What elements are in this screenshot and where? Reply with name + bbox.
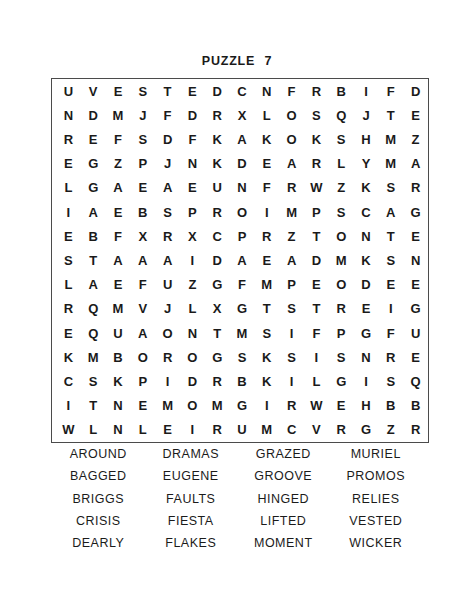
grid-cell-r7c13[interactable]: N (354, 224, 379, 248)
grid-cell-r1c1[interactable]: U (56, 79, 81, 103)
grid-cell-r6c4[interactable]: B (130, 200, 155, 224)
grid-cell-r15c11[interactable]: V (304, 418, 329, 442)
grid-cell-r11c14[interactable]: F (378, 321, 403, 345)
grid-cell-r8c10[interactable]: A (279, 248, 304, 272)
grid-cell-r4c13[interactable]: Y (354, 152, 379, 176)
grid-cell-r11c15[interactable]: U (403, 321, 428, 345)
grid-cell-r12c3[interactable]: B (106, 345, 131, 369)
grid-cell-r14c8[interactable]: G (230, 394, 255, 418)
grid-cell-r6c12[interactable]: S (329, 200, 354, 224)
grid-cell-r10c15[interactable]: G (403, 297, 428, 321)
grid-cell-r11c1[interactable]: E (56, 321, 81, 345)
grid-cell-r8c8[interactable]: A (230, 248, 255, 272)
grid-cell-r13c15[interactable]: Q (403, 369, 428, 393)
grid-cell-r11c2[interactable]: Q (81, 321, 106, 345)
grid-cell-r10c3[interactable]: M (106, 297, 131, 321)
grid-cell-r6c13[interactable]: C (354, 200, 379, 224)
grid-cell-r5c4[interactable]: E (130, 176, 155, 200)
grid-cell-r11c12[interactable]: P (329, 321, 354, 345)
grid-cell-r8c1[interactable]: S (56, 248, 81, 272)
grid-cell-r4c12[interactable]: L (329, 152, 354, 176)
grid-cell-r3c14[interactable]: M (378, 127, 403, 151)
grid-cell-r9c1[interactable]: L (56, 273, 81, 297)
grid-cell-r7c1[interactable]: E (56, 224, 81, 248)
grid-cell-r10c13[interactable]: E (354, 297, 379, 321)
grid-cell-r14c10[interactable]: R (279, 394, 304, 418)
grid-cell-r13c6[interactable]: D (180, 369, 205, 393)
grid-cell-r2c5[interactable]: F (155, 103, 180, 127)
grid-cell-r6c6[interactable]: P (180, 200, 205, 224)
grid-cell-r3c13[interactable]: H (354, 127, 379, 151)
grid-cell-r15c10[interactable]: C (279, 418, 304, 442)
grid-cell-r7c9[interactable]: R (254, 224, 279, 248)
grid-cell-r7c10[interactable]: Z (279, 224, 304, 248)
grid-cell-r10c11[interactable]: T (304, 297, 329, 321)
grid-cell-r1c2[interactable]: V (81, 79, 106, 103)
grid-cell-r4c1[interactable]: E (56, 152, 81, 176)
grid-cell-r14c12[interactable]: E (329, 394, 354, 418)
word-item-lifted: LIFTED (260, 514, 306, 528)
grid-cell-r11c11[interactable]: F (304, 321, 329, 345)
grid-cell-r4c4[interactable]: P (130, 152, 155, 176)
grid-cell-r11c8[interactable]: M (230, 321, 255, 345)
grid-cell-r8c14[interactable]: S (378, 248, 403, 272)
grid-cell-r12c1[interactable]: K (56, 345, 81, 369)
word-item-wicker: WICKER (349, 536, 402, 550)
grid-cell-r8c15[interactable]: N (403, 248, 428, 272)
grid-cell-r7c6[interactable]: X (180, 224, 205, 248)
grid-cell-r12c14[interactable]: R (378, 345, 403, 369)
grid-cell-r6c2[interactable]: A (81, 200, 106, 224)
grid-cell-r5c3[interactable]: A (106, 176, 131, 200)
word-item-moment: MOMENT (254, 536, 313, 550)
grid-cell-r15c2[interactable]: L (81, 418, 106, 442)
grid-cell-r3c6[interactable]: F (180, 127, 205, 151)
grid-cell-r4c15[interactable]: A (403, 152, 428, 176)
grid-cell-r5c10[interactable]: R (279, 176, 304, 200)
grid-cell-r2c12[interactable]: Q (329, 103, 354, 127)
grid-cell-r11c9[interactable]: S (254, 321, 279, 345)
grid-cell-r13c8[interactable]: B (230, 369, 255, 393)
grid-cell-r9c15[interactable]: E (403, 273, 428, 297)
grid-cell-r12c4[interactable]: O (130, 345, 155, 369)
grid-cell-r3c8[interactable]: A (230, 127, 255, 151)
grid-cell-r10c12[interactable]: R (329, 297, 354, 321)
grid-cell-r13c14[interactable]: S (378, 369, 403, 393)
grid-cell-r3c1[interactable]: R (56, 127, 81, 151)
grid-cell-r3c4[interactable]: S (130, 127, 155, 151)
grid-cell-r4c2[interactable]: G (81, 152, 106, 176)
grid-cell-r8c9[interactable]: E (254, 248, 279, 272)
grid-cell-r6c8[interactable]: O (230, 200, 255, 224)
grid-cell-r13c4[interactable]: P (130, 369, 155, 393)
word-item-faults: FAULTS (166, 492, 215, 506)
word-item-bagged: BAGGED (70, 469, 127, 483)
grid-cell-r15c15[interactable]: R (403, 418, 428, 442)
grid-cell-r8c6[interactable]: I (180, 248, 205, 272)
grid-cell-r5c12[interactable]: Z (329, 176, 354, 200)
grid-cell-r3c3[interactable]: F (106, 127, 131, 151)
word-item-around: AROUND (70, 447, 127, 461)
grid-cell-r12c12[interactable]: S (329, 345, 354, 369)
grid-cell-r4c10[interactable]: A (279, 152, 304, 176)
word-item-dearly: DEARLY (72, 536, 124, 550)
word-search-grid: UVESTEDCNFRBIFDNDMJFDRXLOSQJTEREFSDFKAKO… (51, 78, 429, 443)
grid-cell-r7c7[interactable]: C (205, 224, 230, 248)
grid-cell-r2c3[interactable]: M (106, 103, 131, 127)
grid-cell-r14c15[interactable]: B (403, 394, 428, 418)
grid-cell-r13c7[interactable]: R (205, 369, 230, 393)
grid-cell-r3c9[interactable]: K (254, 127, 279, 151)
grid-cell-r15c1[interactable]: W (56, 418, 81, 442)
grid-cell-r14c1[interactable]: I (56, 394, 81, 418)
grid-cell-r3c10[interactable]: O (279, 127, 304, 151)
grid-cell-r5c11[interactable]: W (304, 176, 329, 200)
word-item-flakes: FLAKES (165, 536, 216, 550)
grid-cell-r14c3[interactable]: N (106, 394, 131, 418)
grid-cell-r2c6[interactable]: D (180, 103, 205, 127)
grid-cell-r6c1[interactable]: I (56, 200, 81, 224)
grid-cell-r10c8[interactable]: G (230, 297, 255, 321)
grid-cell-r10c6[interactable]: L (180, 297, 205, 321)
grid-cell-r15c12[interactable]: R (329, 418, 354, 442)
grid-cell-r12c11[interactable]: I (304, 345, 329, 369)
grid-cell-r10c10[interactable]: S (279, 297, 304, 321)
grid-cell-r6c5[interactable]: S (155, 200, 180, 224)
grid-cell-r5c2[interactable]: G (81, 176, 106, 200)
word-item-dramas: DRAMAS (163, 447, 219, 461)
grid-cell-r11c3[interactable]: U (106, 321, 131, 345)
grid-cell-r7c2[interactable]: B (81, 224, 106, 248)
grid-cell-r12c13[interactable]: N (354, 345, 379, 369)
grid-cell-r13c2[interactable]: S (81, 369, 106, 393)
grid-cell-r9c2[interactable]: A (81, 273, 106, 297)
word-item-promos: PROMOS (346, 469, 405, 483)
grid-cell-r12c5[interactable]: R (155, 345, 180, 369)
grid-cell-r13c9[interactable]: K (254, 369, 279, 393)
grid-cell-r5c7[interactable]: U (205, 176, 230, 200)
word-item-muriel: MURIEL (351, 447, 401, 461)
grid-cell-r1c4[interactable]: S (130, 79, 155, 103)
grid-cell-r12c15[interactable]: E (403, 345, 428, 369)
grid-cell-r15c7[interactable]: R (205, 418, 230, 442)
grid-cell-r14c11[interactable]: W (304, 394, 329, 418)
grid-cell-r1c12[interactable]: B (329, 79, 354, 103)
word-item-grazed: GRAZED (256, 447, 311, 461)
grid-cell-r12c7[interactable]: G (205, 345, 230, 369)
word-item-briggs: BRIGGS (72, 492, 124, 506)
grid-cell-r9c13[interactable]: D (354, 273, 379, 297)
grid-cell-r14c4[interactable]: E (130, 394, 155, 418)
word-list: AROUNDDRAMASGRAZEDMURIELBAGGEDEUGENEGROO… (52, 443, 422, 554)
grid-cell-r2c10[interactable]: O (279, 103, 304, 127)
grid-cell-r1c13[interactable]: I (354, 79, 379, 103)
grid-cell-r8c7[interactable]: D (205, 248, 230, 272)
word-item-vested: VESTED (349, 514, 402, 528)
grid-cell-r1c9[interactable]: N (254, 79, 279, 103)
grid-cell-r13c3[interactable]: K (106, 369, 131, 393)
grid-cell-r13c1[interactable]: C (56, 369, 81, 393)
grid-cell-r11c10[interactable]: I (279, 321, 304, 345)
grid-cell-r11c5[interactable]: O (155, 321, 180, 345)
grid-cell-r2c14[interactable]: T (378, 103, 403, 127)
grid-cell-r6c11[interactable]: P (304, 200, 329, 224)
grid-cell-r15c3[interactable]: N (106, 418, 131, 442)
grid-cell-r11c4[interactable]: A (130, 321, 155, 345)
grid-cell-r9c8[interactable]: F (230, 273, 255, 297)
word-item-eugene: EUGENE (163, 469, 219, 483)
grid-cell-r15c9[interactable]: M (254, 418, 279, 442)
grid-cell-r13c12[interactable]: G (329, 369, 354, 393)
grid-cell-r5c5[interactable]: A (155, 176, 180, 200)
grid-cell-r5c15[interactable]: R (403, 176, 428, 200)
grid-cell-r2c15[interactable]: E (403, 103, 428, 127)
grid-cell-r3c11[interactable]: K (304, 127, 329, 151)
grid-cell-r14c2[interactable]: T (81, 394, 106, 418)
grid-cell-r9c5[interactable]: U (155, 273, 180, 297)
grid-cell-r7c14[interactable]: T (378, 224, 403, 248)
grid-cell-r3c12[interactable]: S (329, 127, 354, 151)
grid-cell-r4c3[interactable]: Z (106, 152, 131, 176)
grid-cell-r11c13[interactable]: G (354, 321, 379, 345)
grid-cell-r9c6[interactable]: Z (180, 273, 205, 297)
grid-cell-r5c1[interactable]: L (56, 176, 81, 200)
grid-cell-r12c8[interactable]: S (230, 345, 255, 369)
grid-cell-r6c3[interactable]: E (106, 200, 131, 224)
grid-cell-r13c11[interactable]: L (304, 369, 329, 393)
grid-cell-r1c14[interactable]: F (378, 79, 403, 103)
grid-cell-r9c11[interactable]: E (304, 273, 329, 297)
grid-cell-r14c13[interactable]: H (354, 394, 379, 418)
grid-cell-r1c11[interactable]: R (304, 79, 329, 103)
grid-cell-r7c15[interactable]: E (403, 224, 428, 248)
grid-cell-r13c5[interactable]: I (155, 369, 180, 393)
grid-cell-r10c5[interactable]: J (155, 297, 180, 321)
puzzle-page: PUZZLE 7 UVESTEDCNFRBIFDNDMJFDRXLOSQJTER… (0, 0, 474, 613)
grid-cell-r7c12[interactable]: O (329, 224, 354, 248)
grid-cell-r15c4[interactable]: L (130, 418, 155, 442)
grid-cell-r7c8[interactable]: P (230, 224, 255, 248)
grid-cell-r15c5[interactable]: E (155, 418, 180, 442)
grid-cell-r8c4[interactable]: A (130, 248, 155, 272)
grid-cell-r12c10[interactable]: S (279, 345, 304, 369)
grid-cell-r14c6[interactable]: O (180, 394, 205, 418)
grid-cell-r2c11[interactable]: S (304, 103, 329, 127)
grid-cell-r2c7[interactable]: R (205, 103, 230, 127)
grid-cell-r5c13[interactable]: K (354, 176, 379, 200)
grid-cell-r9c4[interactable]: F (130, 273, 155, 297)
word-item-groove: GROOVE (254, 469, 312, 483)
grid-cell-r8c5[interactable]: A (155, 248, 180, 272)
grid-cell-r4c5[interactable]: J (155, 152, 180, 176)
grid-cell-r14c7[interactable]: M (205, 394, 230, 418)
grid-cell-r4c6[interactable]: N (180, 152, 205, 176)
grid-cell-r15c13[interactable]: G (354, 418, 379, 442)
grid-cell-r12c6[interactable]: O (180, 345, 205, 369)
grid-cell-r9c14[interactable]: E (378, 273, 403, 297)
grid-cell-r9c9[interactable]: M (254, 273, 279, 297)
grid-cell-r1c3[interactable]: E (106, 79, 131, 103)
grid-cell-r5c14[interactable]: S (378, 176, 403, 200)
grid-cell-r6c10[interactable]: M (279, 200, 304, 224)
grid-cell-r11c7[interactable]: T (205, 321, 230, 345)
grid-cell-r13c13[interactable]: I (354, 369, 379, 393)
grid-cell-r8c13[interactable]: K (354, 248, 379, 272)
grid-cell-r3c2[interactable]: E (81, 127, 106, 151)
grid-cell-r6c7[interactable]: R (205, 200, 230, 224)
grid-cell-r6c15[interactable]: G (403, 200, 428, 224)
grid-cell-r4c7[interactable]: K (205, 152, 230, 176)
grid-cell-r4c8[interactable]: D (230, 152, 255, 176)
word-item-relies: RELIES (352, 492, 399, 506)
grid-cell-r1c10[interactable]: F (279, 79, 304, 103)
grid-cell-r5c9[interactable]: F (254, 176, 279, 200)
grid-cell-r7c3[interactable]: F (106, 224, 131, 248)
grid-cell-r7c11[interactable]: T (304, 224, 329, 248)
grid-cell-r1c6[interactable]: E (180, 79, 205, 103)
grid-cell-r4c14[interactable]: M (378, 152, 403, 176)
grid-cell-r8c3[interactable]: A (106, 248, 131, 272)
word-item-crisis: CRISIS (76, 514, 121, 528)
grid-cell-r10c9[interactable]: T (254, 297, 279, 321)
grid-cell-r2c2[interactable]: D (81, 103, 106, 127)
grid-cell-r15c6[interactable]: I (180, 418, 205, 442)
grid-cell-r7c4[interactable]: X (130, 224, 155, 248)
grid-cell-r6c9[interactable]: I (254, 200, 279, 224)
word-item-fiesta: FIESTA (168, 514, 214, 528)
grid-cell-r8c2[interactable]: T (81, 248, 106, 272)
grid-cell-r6c14[interactable]: A (378, 200, 403, 224)
grid-cell-r8c12[interactable]: M (329, 248, 354, 272)
grid-cell-r10c4[interactable]: V (130, 297, 155, 321)
grid-cell-r14c14[interactable]: B (378, 394, 403, 418)
grid-cell-r9c3[interactable]: E (106, 273, 131, 297)
grid-cell-r3c5[interactable]: D (155, 127, 180, 151)
puzzle-title: PUZZLE 7 (0, 54, 474, 68)
grid-cell-r12c9[interactable]: K (254, 345, 279, 369)
grid-cell-r3c15[interactable]: Z (403, 127, 428, 151)
grid-cell-r10c14[interactable]: I (378, 297, 403, 321)
grid-cell-r4c11[interactable]: R (304, 152, 329, 176)
grid-cell-r12c2[interactable]: M (81, 345, 106, 369)
grid-cell-r2c9[interactable]: L (254, 103, 279, 127)
grid-cell-r8c11[interactable]: D (304, 248, 329, 272)
grid-cell-r4c9[interactable]: E (254, 152, 279, 176)
grid-cell-r7c5[interactable]: R (155, 224, 180, 248)
grid-cell-r15c14[interactable]: Z (378, 418, 403, 442)
grid-cell-r2c13[interactable]: J (354, 103, 379, 127)
grid-cell-r1c8[interactable]: C (230, 79, 255, 103)
grid-cell-r5c6[interactable]: E (180, 176, 205, 200)
grid-cell-r10c2[interactable]: Q (81, 297, 106, 321)
grid-cell-r9c7[interactable]: G (205, 273, 230, 297)
grid-cell-r14c5[interactable]: M (155, 394, 180, 418)
grid-cell-r14c9[interactable]: I (254, 394, 279, 418)
grid-cell-r1c5[interactable]: T (155, 79, 180, 103)
grid-cell-r10c7[interactable]: X (205, 297, 230, 321)
grid-cell-r2c1[interactable]: N (56, 103, 81, 127)
grid-cell-r2c8[interactable]: X (230, 103, 255, 127)
grid-cell-r11c6[interactable]: N (180, 321, 205, 345)
grid-cell-r1c15[interactable]: D (403, 79, 428, 103)
grid-cell-r1c7[interactable]: D (205, 79, 230, 103)
grid-cell-r5c8[interactable]: N (230, 176, 255, 200)
grid-cell-r15c8[interactable]: U (230, 418, 255, 442)
grid-cell-r9c12[interactable]: O (329, 273, 354, 297)
grid-cell-r2c4[interactable]: J (130, 103, 155, 127)
grid-cell-r10c1[interactable]: R (56, 297, 81, 321)
grid-cell-r3c7[interactable]: K (205, 127, 230, 151)
word-item-hinged: HINGED (257, 492, 309, 506)
grid-cell-r9c10[interactable]: P (279, 273, 304, 297)
grid-cell-r13c10[interactable]: I (279, 369, 304, 393)
